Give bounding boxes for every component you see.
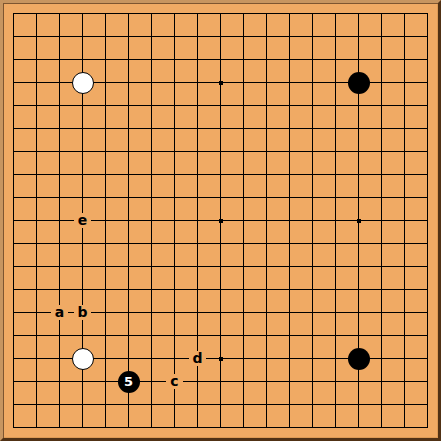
go-grid: 5abcde	[13, 13, 428, 428]
stone-white-D4	[72, 348, 94, 370]
star-point	[219, 81, 223, 85]
stone-white-D16	[72, 72, 94, 94]
point-label-e: e	[74, 213, 91, 228]
star-point	[219, 219, 223, 223]
star-point	[357, 219, 361, 223]
go-board: 5abcde	[0, 0, 441, 441]
stone-black-Q16	[348, 72, 370, 94]
stone-black-Q4	[348, 348, 370, 370]
point-label-c: c	[166, 374, 183, 389]
point-label-a: a	[51, 305, 68, 320]
stone-number: 5	[124, 375, 133, 389]
stone-black-F3: 5	[118, 371, 140, 393]
point-label-b: b	[74, 305, 91, 320]
point-label-d: d	[189, 351, 206, 366]
star-point	[219, 357, 223, 361]
